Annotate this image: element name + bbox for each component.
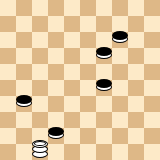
square-r9c6-dark[interactable]: [96, 144, 112, 160]
square-r3c5-light[interactable]: [80, 48, 96, 64]
black-man-square-31[interactable]: [16, 96, 32, 112]
square-r6c8-light[interactable]: [128, 96, 144, 112]
square-r7c0-dark[interactable]: [0, 112, 16, 128]
square-r7c1-light[interactable]: [16, 112, 32, 128]
square-r5c7-light[interactable]: [112, 80, 128, 96]
square-r6c4-light[interactable]: [64, 96, 80, 112]
square-r8c6-light[interactable]: [96, 128, 112, 144]
square-r5c2-dark[interactable]: [32, 80, 48, 96]
square-r7c9-light[interactable]: [144, 112, 160, 128]
square-r2c4-light[interactable]: [64, 32, 80, 48]
square-r2c6-light[interactable]: [96, 32, 112, 48]
square-r1c1-light[interactable]: [16, 16, 32, 32]
square-r0c1-dark[interactable]: [16, 0, 32, 16]
square-r6c6-light[interactable]: [96, 96, 112, 112]
square-r1c5-light[interactable]: [80, 16, 96, 32]
square-r6c3-dark[interactable]: [48, 96, 64, 112]
square-r3c3-light[interactable]: [48, 48, 64, 64]
square-r3c4-dark[interactable]: [64, 48, 80, 64]
square-r4c2-light[interactable]: [32, 64, 48, 80]
square-r0c6-light[interactable]: [96, 0, 112, 16]
square-r0c9-dark[interactable]: [144, 0, 160, 16]
square-r9c4-dark[interactable]: [64, 144, 80, 160]
square-r9c8-dark[interactable]: [128, 144, 144, 160]
square-r0c0-light[interactable]: [0, 0, 16, 16]
square-r4c8-light[interactable]: [128, 64, 144, 80]
square-r7c4-dark[interactable]: [64, 112, 80, 128]
square-r2c8-light[interactable]: [128, 32, 144, 48]
square-r8c5-dark[interactable]: [80, 128, 96, 144]
square-r8c4-light[interactable]: [64, 128, 80, 144]
square-r9c0-dark[interactable]: [0, 144, 16, 160]
square-r2c5-dark[interactable]: [80, 32, 96, 48]
square-r9c9-light[interactable]: [144, 144, 160, 160]
square-r5c9-light[interactable]: [144, 80, 160, 96]
square-r2c3-dark[interactable]: [48, 32, 64, 48]
square-r0c2-light[interactable]: [32, 0, 48, 16]
square-r8c9-dark[interactable]: [144, 128, 160, 144]
square-r4c9-dark[interactable]: [144, 64, 160, 80]
square-r9c3-light[interactable]: [48, 144, 64, 160]
square-r6c2-light[interactable]: [32, 96, 48, 112]
square-r8c8-light[interactable]: [128, 128, 144, 144]
square-r7c3-light[interactable]: [48, 112, 64, 128]
draughts-board: [0, 0, 160, 160]
square-r4c0-light[interactable]: [0, 64, 16, 80]
white-king-square-47[interactable]: [32, 144, 48, 160]
square-r5c1-light[interactable]: [16, 80, 32, 96]
square-r4c7-dark[interactable]: [112, 64, 128, 80]
square-r4c3-dark[interactable]: [48, 64, 64, 80]
square-r7c6-dark[interactable]: [96, 112, 112, 128]
square-r3c7-light[interactable]: [112, 48, 128, 64]
square-r1c3-light[interactable]: [48, 16, 64, 32]
square-r6c7-dark[interactable]: [112, 96, 128, 112]
square-r1c8-dark[interactable]: [128, 16, 144, 32]
square-r7c5-light[interactable]: [80, 112, 96, 128]
square-r0c8-light[interactable]: [128, 0, 144, 16]
square-r1c0-dark[interactable]: [0, 16, 16, 32]
square-r2c0-light[interactable]: [0, 32, 16, 48]
square-r3c2-dark[interactable]: [32, 48, 48, 64]
square-r5c0-dark[interactable]: [0, 80, 16, 96]
square-r6c5-dark[interactable]: [80, 96, 96, 112]
square-r3c0-dark[interactable]: [0, 48, 16, 64]
square-r1c9-light[interactable]: [144, 16, 160, 32]
square-r1c4-dark[interactable]: [64, 16, 80, 32]
square-r4c1-dark[interactable]: [16, 64, 32, 80]
square-r2c7-dark[interactable]: [112, 32, 128, 48]
square-r5c3-light[interactable]: [48, 80, 64, 96]
square-r2c1-dark[interactable]: [16, 32, 32, 48]
square-r9c2-dark[interactable]: [32, 144, 48, 160]
square-r0c4-light[interactable]: [64, 0, 80, 16]
square-r6c1-dark[interactable]: [16, 96, 32, 112]
square-r4c4-light[interactable]: [64, 64, 80, 80]
square-r6c0-light[interactable]: [0, 96, 16, 112]
square-r7c8-dark[interactable]: [128, 112, 144, 128]
square-r9c1-light[interactable]: [16, 144, 32, 160]
square-r3c8-dark[interactable]: [128, 48, 144, 64]
square-r3c9-light[interactable]: [144, 48, 160, 64]
black-man-square-42[interactable]: [48, 128, 64, 144]
square-r7c2-dark[interactable]: [32, 112, 48, 128]
square-r5c6-dark[interactable]: [96, 80, 112, 96]
square-r9c5-light[interactable]: [80, 144, 96, 160]
square-r3c1-light[interactable]: [16, 48, 32, 64]
square-r0c7-dark[interactable]: [112, 0, 128, 16]
square-r3c6-dark[interactable]: [96, 48, 112, 64]
square-r8c0-light[interactable]: [0, 128, 16, 144]
square-r2c2-light[interactable]: [32, 32, 48, 48]
black-man-square-19[interactable]: [96, 48, 112, 64]
square-r5c4-dark[interactable]: [64, 80, 80, 96]
square-r7c7-light[interactable]: [112, 112, 128, 128]
square-r1c6-dark[interactable]: [96, 16, 112, 32]
square-r5c5-light[interactable]: [80, 80, 96, 96]
square-r4c6-light[interactable]: [96, 64, 112, 80]
square-r8c7-dark[interactable]: [112, 128, 128, 144]
square-r6c9-dark[interactable]: [144, 96, 160, 112]
square-r5c8-dark[interactable]: [128, 80, 144, 96]
square-r1c7-light[interactable]: [112, 16, 128, 32]
square-r1c2-dark[interactable]: [32, 16, 48, 32]
black-man-square-29[interactable]: [96, 80, 112, 96]
square-r8c3-dark[interactable]: [48, 128, 64, 144]
square-r0c5-dark[interactable]: [80, 0, 96, 16]
square-r2c9-dark[interactable]: [144, 32, 160, 48]
square-r9c7-light[interactable]: [112, 144, 128, 160]
square-r8c1-dark[interactable]: [16, 128, 32, 144]
black-man-square-14[interactable]: [112, 32, 128, 48]
square-r0c3-dark[interactable]: [48, 0, 64, 16]
square-r4c5-dark[interactable]: [80, 64, 96, 80]
